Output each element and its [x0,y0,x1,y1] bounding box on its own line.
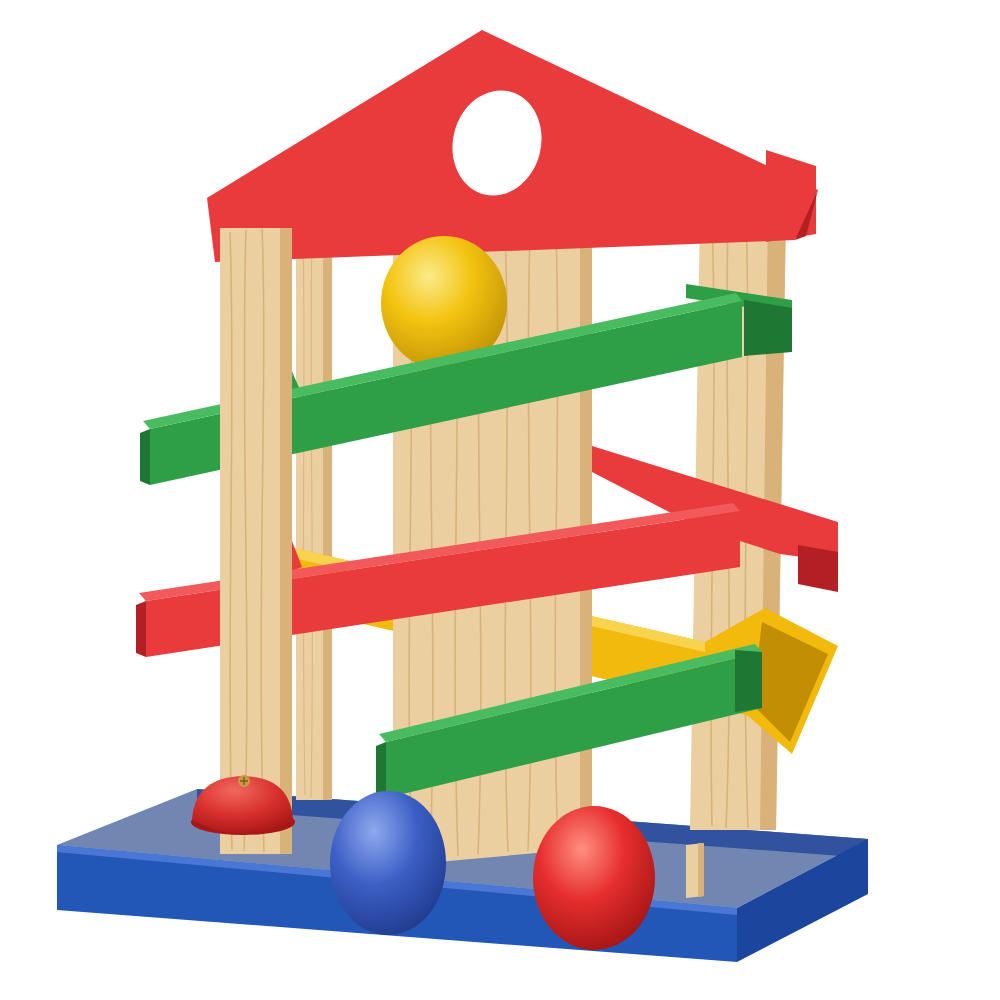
ramp1-end-channel [744,300,792,356]
ball-blue [330,791,446,935]
ball-red [533,806,655,950]
ramp2-end-channel [798,545,838,592]
post-front-left [220,228,292,854]
post-back-left [296,226,332,800]
ramp3-left-end [376,742,386,798]
ramp2-left-end [136,601,146,657]
ramp3-end-channel [735,650,762,712]
peg [686,843,704,898]
ramp1-left-end [140,429,150,485]
ball-run-toy-illustration [0,0,1000,1000]
toy-photo [0,0,1000,1000]
